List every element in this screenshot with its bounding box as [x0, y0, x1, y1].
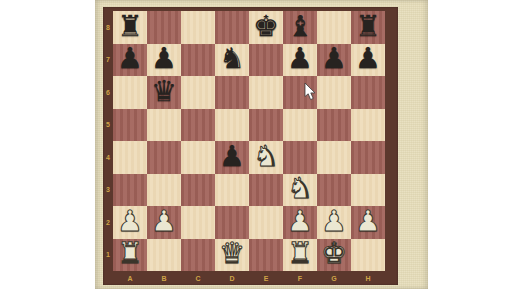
- rank-label-8: 8: [103, 11, 113, 44]
- piece-white-king[interactable]: ♚: [321, 239, 347, 268]
- square-f7[interactable]: ♟: [283, 44, 317, 77]
- square-a4[interactable]: [113, 141, 147, 174]
- square-g3[interactable]: [317, 174, 351, 207]
- square-h5[interactable]: [351, 109, 385, 142]
- rank-label-6: 6: [103, 76, 113, 109]
- piece-white-rook[interactable]: ♜: [287, 239, 313, 268]
- rank-label-1: 1: [103, 239, 113, 272]
- square-e8[interactable]: ♚: [249, 11, 283, 44]
- board-frame: ♜♚♝♜♟♟♞♟♟♟♛♟♞♞♟♟♟♟♟♜♛♜♚ 87654321 ABCDEFG…: [103, 7, 398, 285]
- rank-label-3: 3: [103, 174, 113, 207]
- square-a2[interactable]: ♟: [113, 206, 147, 239]
- square-g6[interactable]: [317, 76, 351, 109]
- square-g2[interactable]: ♟: [317, 206, 351, 239]
- file-label-c: C: [181, 271, 215, 285]
- square-c6[interactable]: [181, 76, 215, 109]
- chess-board[interactable]: ♜♚♝♜♟♟♞♟♟♟♛♟♞♞♟♟♟♟♟♜♛♜♚: [113, 11, 385, 271]
- piece-white-pawn[interactable]: ♟: [287, 207, 313, 236]
- piece-white-pawn[interactable]: ♟: [117, 207, 143, 236]
- rank-label-2: 2: [103, 206, 113, 239]
- square-c3[interactable]: [181, 174, 215, 207]
- square-h4[interactable]: [351, 141, 385, 174]
- piece-black-bishop[interactable]: ♝: [287, 12, 313, 41]
- square-b7[interactable]: ♟: [147, 44, 181, 77]
- piece-white-rook[interactable]: ♜: [117, 239, 143, 268]
- square-h3[interactable]: [351, 174, 385, 207]
- square-a3[interactable]: [113, 174, 147, 207]
- square-a8[interactable]: ♜: [113, 11, 147, 44]
- piece-black-pawn[interactable]: ♟: [117, 44, 143, 73]
- square-d1[interactable]: ♛: [215, 239, 249, 272]
- square-c8[interactable]: [181, 11, 215, 44]
- square-d4[interactable]: ♟: [215, 141, 249, 174]
- piece-white-knight[interactable]: ♞: [287, 174, 313, 203]
- square-b5[interactable]: [147, 109, 181, 142]
- piece-white-pawn[interactable]: ♟: [355, 207, 381, 236]
- piece-white-queen[interactable]: ♛: [219, 239, 245, 268]
- square-g1[interactable]: ♚: [317, 239, 351, 272]
- piece-black-rook[interactable]: ♜: [117, 12, 143, 41]
- rank-label-7: 7: [103, 44, 113, 77]
- piece-black-queen[interactable]: ♛: [151, 77, 177, 106]
- piece-white-knight[interactable]: ♞: [253, 142, 279, 171]
- square-b4[interactable]: [147, 141, 181, 174]
- square-d5[interactable]: [215, 109, 249, 142]
- square-g5[interactable]: [317, 109, 351, 142]
- square-g8[interactable]: [317, 11, 351, 44]
- piece-black-pawn[interactable]: ♟: [151, 44, 177, 73]
- square-a5[interactable]: [113, 109, 147, 142]
- piece-black-pawn[interactable]: ♟: [219, 142, 245, 171]
- square-g4[interactable]: [317, 141, 351, 174]
- square-h1[interactable]: [351, 239, 385, 272]
- square-e6[interactable]: [249, 76, 283, 109]
- rank-label-5: 5: [103, 109, 113, 142]
- square-f4[interactable]: [283, 141, 317, 174]
- square-a7[interactable]: ♟: [113, 44, 147, 77]
- square-b8[interactable]: [147, 11, 181, 44]
- square-b1[interactable]: [147, 239, 181, 272]
- arrow-cursor-icon: [304, 83, 316, 101]
- file-label-e: E: [249, 271, 283, 285]
- square-d3[interactable]: [215, 174, 249, 207]
- square-a6[interactable]: [113, 76, 147, 109]
- piece-white-pawn[interactable]: ♟: [151, 207, 177, 236]
- square-h2[interactable]: ♟: [351, 206, 385, 239]
- piece-black-knight[interactable]: ♞: [219, 44, 245, 73]
- square-c4[interactable]: [181, 141, 215, 174]
- square-f1[interactable]: ♜: [283, 239, 317, 272]
- piece-black-pawn[interactable]: ♟: [287, 44, 313, 73]
- square-c2[interactable]: [181, 206, 215, 239]
- square-e1[interactable]: [249, 239, 283, 272]
- piece-white-pawn[interactable]: ♟: [321, 207, 347, 236]
- square-h6[interactable]: [351, 76, 385, 109]
- square-a1[interactable]: ♜: [113, 239, 147, 272]
- square-e3[interactable]: [249, 174, 283, 207]
- square-h8[interactable]: ♜: [351, 11, 385, 44]
- file-label-a: A: [113, 271, 147, 285]
- file-label-b: B: [147, 271, 181, 285]
- board-margin-panel: ♜♚♝♜♟♟♞♟♟♟♛♟♞♞♟♟♟♟♟♜♛♜♚ 87654321 ABCDEFG…: [95, 0, 428, 289]
- file-label-d: D: [215, 271, 249, 285]
- square-d6[interactable]: [215, 76, 249, 109]
- file-label-h: H: [351, 271, 385, 285]
- square-e2[interactable]: [249, 206, 283, 239]
- square-f3[interactable]: ♞: [283, 174, 317, 207]
- square-b3[interactable]: [147, 174, 181, 207]
- square-d7[interactable]: ♞: [215, 44, 249, 77]
- square-c7[interactable]: [181, 44, 215, 77]
- square-f5[interactable]: [283, 109, 317, 142]
- square-d8[interactable]: [215, 11, 249, 44]
- square-c5[interactable]: [181, 109, 215, 142]
- square-h7[interactable]: ♟: [351, 44, 385, 77]
- piece-black-rook[interactable]: ♜: [355, 12, 381, 41]
- square-e7[interactable]: [249, 44, 283, 77]
- square-e4[interactable]: ♞: [249, 141, 283, 174]
- rank-label-4: 4: [103, 141, 113, 174]
- square-d2[interactable]: [215, 206, 249, 239]
- piece-black-pawn[interactable]: ♟: [321, 44, 347, 73]
- square-b2[interactable]: ♟: [147, 206, 181, 239]
- file-label-g: G: [317, 271, 351, 285]
- square-f2[interactable]: ♟: [283, 206, 317, 239]
- piece-black-pawn[interactable]: ♟: [355, 44, 381, 73]
- square-f8[interactable]: ♝: [283, 11, 317, 44]
- square-c1[interactable]: [181, 239, 215, 272]
- screenshot-page: ♜♚♝♜♟♟♞♟♟♟♛♟♞♞♟♟♟♟♟♜♛♜♚ 87654321 ABCDEFG…: [0, 0, 516, 289]
- file-label-f: F: [283, 271, 317, 285]
- square-e5[interactable]: [249, 109, 283, 142]
- square-b6[interactable]: ♛: [147, 76, 181, 109]
- piece-black-king[interactable]: ♚: [253, 12, 279, 41]
- square-g7[interactable]: ♟: [317, 44, 351, 77]
